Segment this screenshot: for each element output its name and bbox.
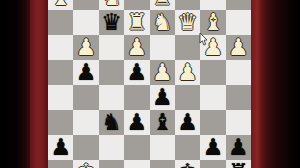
board-square-h3[interactable] bbox=[48, 35, 73, 60]
board-square-b5[interactable] bbox=[200, 85, 225, 110]
piece-white-rook: ♜ bbox=[150, 0, 175, 10]
board-frame-left: 234567 bbox=[30, 0, 48, 168]
piece-white-bishop: ♝ bbox=[48, 0, 73, 10]
board-square-b2[interactable]: ♝ bbox=[200, 10, 225, 35]
board-square-d2[interactable]: ♞ bbox=[150, 10, 175, 35]
board-square-e7[interactable] bbox=[124, 135, 149, 160]
board-square-a8[interactable]: ♜ bbox=[226, 160, 251, 168]
board-square-a3[interactable]: ♟ bbox=[226, 35, 251, 60]
piece-white-bishop: ♝ bbox=[200, 10, 225, 35]
piece-black-pawn: ♟ bbox=[200, 135, 225, 160]
board-square-a1[interactable] bbox=[226, 0, 251, 10]
chess-board: ♝♞♜♛♜♞♛♝♟♟♟♟♟♟♟♟♟♞♟♝♟♟♟♟♚♚♜ bbox=[48, 0, 251, 168]
piece-white-king: ♚ bbox=[73, 160, 98, 168]
board-square-f3[interactable] bbox=[99, 35, 124, 60]
board-square-d5[interactable]: ♟ bbox=[150, 85, 175, 110]
board-square-a4[interactable] bbox=[226, 60, 251, 85]
board-frame-right bbox=[251, 0, 266, 168]
board-square-c5[interactable] bbox=[175, 85, 200, 110]
piece-white-pawn: ♟ bbox=[150, 60, 175, 85]
board-square-d1[interactable]: ♜ bbox=[150, 0, 175, 10]
board-square-e1[interactable] bbox=[124, 0, 149, 10]
board-square-c4[interactable]: ♟ bbox=[175, 60, 200, 85]
board-square-h8[interactable] bbox=[48, 160, 73, 168]
board-square-c2[interactable]: ♛ bbox=[175, 10, 200, 35]
board-square-a2[interactable] bbox=[226, 10, 251, 35]
board-square-a5[interactable] bbox=[226, 85, 251, 110]
board-square-c3[interactable] bbox=[175, 35, 200, 60]
board-square-h2[interactable] bbox=[48, 10, 73, 35]
board-square-f8[interactable] bbox=[99, 160, 124, 168]
piece-black-pawn: ♟ bbox=[48, 135, 73, 160]
board-square-e8[interactable] bbox=[124, 160, 149, 168]
board-square-g3[interactable]: ♟ bbox=[73, 35, 98, 60]
board-square-c1[interactable] bbox=[175, 0, 200, 10]
board-square-c6[interactable]: ♟ bbox=[175, 110, 200, 135]
piece-white-pawn: ♟ bbox=[175, 60, 200, 85]
board-square-f5[interactable] bbox=[99, 85, 124, 110]
board-square-g1[interactable] bbox=[73, 0, 98, 10]
piece-black-bishop: ♝ bbox=[150, 110, 175, 135]
board-square-e3[interactable]: ♟ bbox=[124, 35, 149, 60]
board-square-g5[interactable] bbox=[73, 85, 98, 110]
board-square-d7[interactable] bbox=[150, 135, 175, 160]
board-square-e5[interactable] bbox=[124, 85, 149, 110]
board-square-f2[interactable]: ♛ bbox=[99, 10, 124, 35]
board-square-d8[interactable] bbox=[150, 160, 175, 168]
board-square-h6[interactable] bbox=[48, 110, 73, 135]
board-square-h4[interactable] bbox=[48, 60, 73, 85]
board-square-d4[interactable]: ♟ bbox=[150, 60, 175, 85]
board-square-f4[interactable] bbox=[99, 60, 124, 85]
piece-white-rook: ♜ bbox=[124, 10, 149, 35]
board-square-b8[interactable] bbox=[200, 160, 225, 168]
board-square-b7[interactable]: ♟ bbox=[200, 135, 225, 160]
frame-shadow-right bbox=[266, 0, 300, 168]
piece-white-queen: ♛ bbox=[175, 10, 200, 35]
piece-white-knight: ♞ bbox=[150, 10, 175, 35]
video-frame: 234567 ♝♞♜♛♜♞♛♝♟♟♟♟♟♟♟♟♟♞♟♝♟♟♟♟♚♚♜ bbox=[0, 0, 300, 168]
board-square-b6[interactable] bbox=[200, 110, 225, 135]
board-square-f1[interactable]: ♞ bbox=[99, 0, 124, 10]
board-square-f7[interactable] bbox=[99, 135, 124, 160]
piece-white-knight: ♞ bbox=[99, 0, 124, 10]
piece-black-pawn: ♟ bbox=[73, 60, 98, 85]
board-square-a6[interactable] bbox=[226, 110, 251, 135]
board-square-g2[interactable] bbox=[73, 10, 98, 35]
board-square-b4[interactable] bbox=[200, 60, 225, 85]
board-square-f6[interactable]: ♞ bbox=[99, 110, 124, 135]
piece-black-pawn: ♟ bbox=[226, 135, 251, 160]
board-square-g7[interactable] bbox=[73, 135, 98, 160]
mouse-cursor-icon bbox=[199, 33, 208, 46]
board-square-h7[interactable]: ♟ bbox=[48, 135, 73, 160]
piece-black-rook: ♜ bbox=[226, 160, 251, 168]
board-square-c7[interactable] bbox=[175, 135, 200, 160]
piece-white-pawn: ♟ bbox=[124, 35, 149, 60]
board-square-a7[interactable]: ♟ bbox=[226, 135, 251, 160]
board-square-g4[interactable]: ♟ bbox=[73, 60, 98, 85]
board-square-d6[interactable]: ♝ bbox=[150, 110, 175, 135]
piece-black-king: ♚ bbox=[175, 160, 200, 168]
board-square-g8[interactable]: ♚ bbox=[73, 160, 98, 168]
frame-shadow-left bbox=[0, 0, 30, 168]
piece-black-pawn: ♟ bbox=[175, 110, 200, 135]
board-square-c8[interactable]: ♚ bbox=[175, 160, 200, 168]
board-square-e4[interactable]: ♟ bbox=[124, 60, 149, 85]
piece-white-pawn: ♟ bbox=[73, 35, 98, 60]
piece-black-queen: ♛ bbox=[99, 10, 124, 35]
board-square-d3[interactable] bbox=[150, 35, 175, 60]
board-square-e6[interactable]: ♟ bbox=[124, 110, 149, 135]
piece-black-pawn: ♟ bbox=[124, 60, 149, 85]
piece-black-pawn: ♟ bbox=[150, 85, 175, 110]
piece-black-pawn: ♟ bbox=[124, 110, 149, 135]
piece-black-knight: ♞ bbox=[99, 110, 124, 135]
piece-white-pawn: ♟ bbox=[226, 35, 251, 60]
board-square-h5[interactable] bbox=[48, 85, 73, 110]
board-square-h1[interactable]: ♝ bbox=[48, 0, 73, 10]
board-square-e2[interactable]: ♜ bbox=[124, 10, 149, 35]
board-square-g6[interactable] bbox=[73, 110, 98, 135]
board-square-b1[interactable] bbox=[200, 0, 225, 10]
